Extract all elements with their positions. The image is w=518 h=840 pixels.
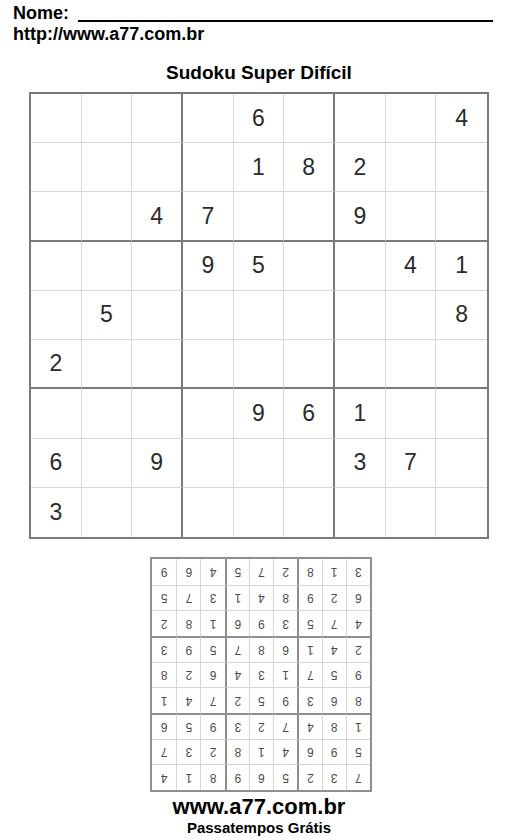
solution-cell: 1 xyxy=(297,636,321,662)
sudoku-cell xyxy=(183,439,234,488)
solution-cell: 4 xyxy=(200,559,224,585)
sudoku-cell: 1 xyxy=(436,242,487,291)
sudoku-cell xyxy=(183,389,234,438)
solution-cell: 4 xyxy=(273,739,297,765)
solution-cell: 8 xyxy=(200,764,224,790)
solution-cell: 2 xyxy=(297,764,321,790)
sudoku-cell xyxy=(234,291,285,340)
sudoku-cell xyxy=(82,340,133,389)
solution-cell: 2 xyxy=(152,610,176,636)
sudoku-cell: 2 xyxy=(335,143,386,192)
solution-cell: 4 xyxy=(249,585,273,611)
solution-cell: 4 xyxy=(152,764,176,790)
sudoku-cell xyxy=(284,94,335,143)
solution-cell: 1 xyxy=(346,713,370,739)
sudoku-cell xyxy=(284,291,335,340)
solution-cell: 6 xyxy=(322,687,346,713)
solution-cell: 9 xyxy=(249,610,273,636)
sudoku-cell xyxy=(386,340,437,389)
sudoku-cell: 2 xyxy=(31,340,82,389)
solution-cell: 6 xyxy=(346,585,370,611)
sudoku-cell xyxy=(436,192,487,241)
sudoku-cell xyxy=(436,143,487,192)
page-header: Nome: http://www.a77.com.br xyxy=(13,3,493,44)
sudoku-cell xyxy=(132,242,183,291)
sudoku-cell xyxy=(335,242,386,291)
solution-cell: 2 xyxy=(249,713,273,739)
sudoku-cell xyxy=(284,192,335,241)
solution-grid: 7325698145964182371847239568639527419571… xyxy=(150,557,372,792)
solution-cell: 5 xyxy=(346,739,370,765)
solution-cell: 2 xyxy=(200,739,224,765)
solution-cell: 9 xyxy=(322,739,346,765)
solution-cell: 6 xyxy=(273,636,297,662)
sudoku-cell xyxy=(386,143,437,192)
sudoku-cell xyxy=(234,340,285,389)
sudoku-cell xyxy=(183,143,234,192)
sudoku-cell xyxy=(436,340,487,389)
solution-cell: 8 xyxy=(273,585,297,611)
solution-cell: 8 xyxy=(322,713,346,739)
solution-cell: 1 xyxy=(225,585,249,611)
sudoku-cell xyxy=(132,488,183,537)
sudoku-cell xyxy=(132,389,183,438)
sudoku-cell: 1 xyxy=(234,143,285,192)
solution-cell: 2 xyxy=(225,687,249,713)
sudoku-cell xyxy=(82,242,133,291)
sudoku-cell xyxy=(132,143,183,192)
solution-cell: 3 xyxy=(346,559,370,585)
sudoku-cell xyxy=(31,192,82,241)
solution-cell: 4 xyxy=(297,713,321,739)
solution-cell: 3 xyxy=(200,585,224,611)
sudoku-cell xyxy=(132,94,183,143)
solution-cell: 3 xyxy=(273,610,297,636)
sudoku-cell: 5 xyxy=(234,242,285,291)
sudoku-cell xyxy=(31,242,82,291)
sudoku-cell xyxy=(132,291,183,340)
solution-cell: 6 xyxy=(152,713,176,739)
footer-site-url: www.a77.com.br xyxy=(0,794,518,819)
solution-cell: 1 xyxy=(249,739,273,765)
page-title: Sudoku Super Difícil xyxy=(0,62,518,84)
sudoku-cell: 9 xyxy=(132,439,183,488)
solution-cell: 2 xyxy=(273,559,297,585)
sudoku-cell: 8 xyxy=(436,291,487,340)
sudoku-cell xyxy=(386,488,437,537)
sudoku-cell xyxy=(386,291,437,340)
solution-cell: 7 xyxy=(152,739,176,765)
sudoku-cell xyxy=(183,488,234,537)
solution-cell: 5 xyxy=(273,764,297,790)
solution-cell: 3 xyxy=(152,636,176,662)
sudoku-cell: 6 xyxy=(234,94,285,143)
sudoku-cell xyxy=(31,291,82,340)
solution-cell: 6 xyxy=(249,764,273,790)
solution-cell: 6 xyxy=(225,610,249,636)
solution-cell: 8 xyxy=(152,662,176,688)
solution-cell: 4 xyxy=(176,687,200,713)
solution-cell: 8 xyxy=(297,559,321,585)
sudoku-cell xyxy=(183,94,234,143)
solution-cell: 5 xyxy=(200,636,224,662)
solution-cell: 4 xyxy=(322,636,346,662)
sudoku-cell xyxy=(82,439,133,488)
sudoku-cell xyxy=(436,488,487,537)
page-footer: www.a77.com.br Passatempos Grátis xyxy=(0,794,518,837)
sudoku-cell: 8 xyxy=(284,143,335,192)
sudoku-cell: 5 xyxy=(82,291,133,340)
solution-cell: 9 xyxy=(152,559,176,585)
sudoku-cell: 9 xyxy=(183,242,234,291)
sudoku-cell xyxy=(284,439,335,488)
sudoku-cell: 4 xyxy=(132,192,183,241)
sudoku-cell xyxy=(31,143,82,192)
solution-cell: 7 xyxy=(322,610,346,636)
solution-cell: 1 xyxy=(322,559,346,585)
solution-cell: 3 xyxy=(176,739,200,765)
printable-sudoku-page: Nome: http://www.a77.com.br Sudoku Super… xyxy=(0,0,518,840)
solution-cell: 5 xyxy=(176,713,200,739)
sudoku-cell xyxy=(82,389,133,438)
sudoku-cell xyxy=(335,291,386,340)
sudoku-cell xyxy=(31,94,82,143)
solution-cell: 1 xyxy=(176,764,200,790)
solution-cell: 3 xyxy=(322,764,346,790)
solution-cell: 5 xyxy=(322,662,346,688)
solution-cell: 3 xyxy=(225,713,249,739)
name-blank-line xyxy=(78,20,493,22)
sudoku-grid: 64182479954158296169373 xyxy=(29,92,489,539)
name-label: Nome: xyxy=(13,3,69,23)
sudoku-cell: 9 xyxy=(335,192,386,241)
solution-cell: 6 xyxy=(297,739,321,765)
solution-cell: 1 xyxy=(273,662,297,688)
sudoku-cell xyxy=(82,488,133,537)
sudoku-cell xyxy=(82,192,133,241)
solution-cell: 7 xyxy=(249,559,273,585)
solution-cell: 3 xyxy=(297,687,321,713)
sudoku-cell xyxy=(183,340,234,389)
sudoku-cell xyxy=(183,291,234,340)
solution-cell: 5 xyxy=(249,687,273,713)
sudoku-cell xyxy=(82,143,133,192)
solution-cell: 6 xyxy=(200,662,224,688)
sudoku-cell: 3 xyxy=(31,488,82,537)
solution-cell: 5 xyxy=(297,610,321,636)
sudoku-cell: 7 xyxy=(386,439,437,488)
sudoku-cell xyxy=(234,439,285,488)
sudoku-cell: 6 xyxy=(284,389,335,438)
solution-cell: 2 xyxy=(346,636,370,662)
solution-cell: 4 xyxy=(225,662,249,688)
sudoku-cell xyxy=(234,488,285,537)
solution-cell: 8 xyxy=(225,739,249,765)
solution-cell: 8 xyxy=(249,636,273,662)
sudoku-cell xyxy=(284,340,335,389)
solution-cell: 9 xyxy=(225,764,249,790)
solution-cell: 1 xyxy=(152,687,176,713)
solution-cell: 3 xyxy=(249,662,273,688)
solution-cell: 5 xyxy=(152,585,176,611)
sudoku-cell: 7 xyxy=(183,192,234,241)
solution-cell: 9 xyxy=(297,585,321,611)
solution-cell: 4 xyxy=(346,610,370,636)
sudoku-cell xyxy=(31,389,82,438)
solution-cell: 9 xyxy=(273,687,297,713)
sudoku-cell xyxy=(82,94,133,143)
sudoku-cell xyxy=(386,389,437,438)
solution-cell: 6 xyxy=(176,559,200,585)
solution-cell: 7 xyxy=(346,764,370,790)
solution-cell: 9 xyxy=(346,662,370,688)
sudoku-cell xyxy=(335,94,386,143)
sudoku-cell: 4 xyxy=(436,94,487,143)
sudoku-cell xyxy=(335,340,386,389)
sudoku-cell xyxy=(436,389,487,438)
solution-cell: 1 xyxy=(200,610,224,636)
sudoku-cell xyxy=(386,192,437,241)
sudoku-cell: 1 xyxy=(335,389,386,438)
sudoku-cell xyxy=(436,439,487,488)
sudoku-cell xyxy=(335,488,386,537)
name-row: Nome: xyxy=(13,3,493,23)
solution-cell: 7 xyxy=(225,636,249,662)
sudoku-cell xyxy=(386,94,437,143)
sudoku-cell: 3 xyxy=(335,439,386,488)
sudoku-cell: 9 xyxy=(234,389,285,438)
solution-cell: 8 xyxy=(346,687,370,713)
sudoku-cell xyxy=(132,340,183,389)
solution-cell: 8 xyxy=(176,610,200,636)
solution-cell: 5 xyxy=(225,559,249,585)
site-url: http://www.a77.com.br xyxy=(13,24,493,44)
solution-cell: 2 xyxy=(176,662,200,688)
solution-cell: 2 xyxy=(322,585,346,611)
sudoku-cell xyxy=(284,242,335,291)
footer-tagline: Passatempos Grátis xyxy=(0,819,518,837)
solution-cell: 7 xyxy=(297,662,321,688)
sudoku-cell: 6 xyxy=(31,439,82,488)
sudoku-cell: 4 xyxy=(386,242,437,291)
sudoku-cell xyxy=(284,488,335,537)
solution-cell: 9 xyxy=(200,713,224,739)
solution-cell: 9 xyxy=(176,636,200,662)
solution-cell: 7 xyxy=(200,687,224,713)
sudoku-cell xyxy=(234,192,285,241)
solution-cell: 7 xyxy=(176,585,200,611)
solution-cell: 7 xyxy=(273,713,297,739)
